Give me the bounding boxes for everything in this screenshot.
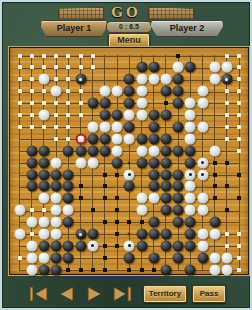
black-stone [148, 157, 159, 168]
white-territory-marker [225, 101, 229, 105]
black-stone [63, 169, 74, 180]
black-stone [51, 252, 62, 263]
black-stone [87, 98, 98, 109]
white-territory-marker [79, 101, 83, 105]
black-stone [160, 264, 171, 275]
white-territory-marker [66, 137, 70, 141]
black-territory-marker [152, 268, 156, 272]
banner-ornament-left [58, 7, 104, 20]
white-territory-marker [225, 232, 229, 236]
title-banner: GO [2, 3, 250, 21]
white-stone [209, 74, 220, 85]
white-territory-marker [30, 54, 34, 58]
white-territory-marker [42, 101, 46, 105]
black-stone [160, 157, 171, 168]
white-stone [51, 193, 62, 204]
black-stone [160, 193, 171, 204]
white-stone [26, 240, 37, 251]
white-territory-marker [237, 137, 241, 141]
black-territory-marker [103, 256, 107, 260]
white-stone [209, 145, 220, 156]
black-stone [160, 205, 171, 216]
menu-button[interactable]: Menu [108, 33, 150, 48]
white-territory-marker [237, 244, 241, 248]
black-stone [124, 252, 135, 263]
white-territory-marker [18, 125, 22, 129]
black-territory-marker [103, 220, 107, 224]
go-app-window: GO Player 1 0 : 6.5 Player 2 Menu [0, 0, 252, 310]
white-territory-marker [66, 125, 70, 129]
footer-controls: Territory Pass [2, 283, 250, 305]
white-territory-marker [66, 77, 70, 81]
black-territory-marker [176, 54, 180, 58]
dead-white-stone [185, 169, 196, 180]
black-territory-marker [115, 244, 119, 248]
white-stone [197, 229, 208, 240]
white-stone [173, 62, 184, 73]
white-territory-marker [225, 89, 229, 93]
black-stone [148, 169, 159, 180]
white-stone [209, 264, 220, 275]
black-stone [63, 193, 74, 204]
black-territory-marker [115, 232, 119, 236]
dead-white-stone [197, 169, 208, 180]
white-stone [209, 62, 220, 73]
white-territory-marker [42, 208, 46, 212]
white-stone [197, 121, 208, 132]
white-territory-marker [79, 89, 83, 93]
white-stone [38, 252, 49, 263]
white-stone [197, 240, 208, 251]
black-stone [148, 181, 159, 192]
black-stone [185, 217, 196, 228]
white-territory-marker [30, 232, 34, 236]
black-stone [99, 133, 110, 144]
black-stone [124, 86, 135, 97]
white-stone [185, 181, 196, 192]
nav-last-button[interactable] [110, 285, 135, 303]
white-territory-marker [54, 54, 58, 58]
step-back-icon [54, 285, 79, 303]
player2-plate[interactable]: Player 2 [150, 20, 224, 37]
nav-next-button[interactable] [82, 285, 107, 303]
black-territory-marker [115, 220, 119, 224]
black-stone [87, 229, 98, 240]
white-stone [51, 205, 62, 216]
territory-button[interactable]: Territory [143, 285, 187, 303]
white-territory-marker [66, 101, 70, 105]
black-territory-marker [115, 208, 119, 212]
white-stone [51, 86, 62, 97]
black-stone [99, 110, 110, 121]
white-stone [99, 86, 110, 97]
white-territory-marker [18, 256, 22, 260]
black-stone [87, 145, 98, 156]
white-territory-marker [30, 208, 34, 212]
white-stone [38, 217, 49, 228]
white-stone [185, 121, 196, 132]
white-stone [221, 62, 232, 73]
white-territory-marker [237, 125, 241, 129]
black-stone [26, 145, 37, 156]
white-territory-marker [225, 244, 229, 248]
black-stone [185, 240, 196, 251]
white-stone [160, 74, 171, 85]
nav-prev-button[interactable] [54, 285, 79, 303]
black-stone [148, 217, 159, 228]
white-stone [26, 264, 37, 275]
black-territory-marker [140, 268, 144, 272]
dead-black-stone [75, 229, 86, 240]
white-territory-marker [237, 113, 241, 117]
white-territory-marker [225, 113, 229, 117]
pass-button[interactable]: Pass [192, 285, 226, 303]
dead-white-stone [87, 240, 98, 251]
black-stone [112, 110, 123, 121]
banner-ornament-right [148, 7, 194, 20]
black-stone [173, 74, 184, 85]
white-stone [112, 145, 123, 156]
skip-to-start-icon [26, 285, 51, 303]
white-stone [197, 86, 208, 97]
black-stone [38, 264, 49, 275]
dead-black-stone [221, 74, 232, 85]
white-territory-marker [237, 77, 241, 81]
black-stone [173, 252, 184, 263]
black-stone [75, 240, 86, 251]
black-stone [148, 62, 159, 73]
white-stone [221, 264, 232, 275]
black-stone [38, 240, 49, 251]
black-stone [99, 98, 110, 109]
white-stone [26, 252, 37, 263]
white-territory-marker [225, 137, 229, 141]
black-stone [160, 181, 171, 192]
black-territory-marker [91, 268, 95, 272]
black-territory-marker [79, 268, 83, 272]
black-territory-marker [103, 244, 107, 248]
black-stone [136, 62, 147, 73]
white-stone [148, 145, 159, 156]
go-board[interactable] [9, 47, 249, 275]
black-territory-marker [225, 184, 229, 188]
black-stone [124, 181, 135, 192]
white-territory-marker [54, 101, 58, 105]
white-stone [51, 157, 62, 168]
white-territory-marker [42, 54, 46, 58]
black-territory-marker [103, 196, 107, 200]
white-stone [136, 74, 147, 85]
white-territory-marker [42, 89, 46, 93]
white-stone [136, 86, 147, 97]
white-territory-marker [66, 113, 70, 117]
white-stone [197, 98, 208, 109]
black-stone [26, 157, 37, 168]
black-stone [38, 181, 49, 192]
black-stone [51, 240, 62, 251]
black-territory-marker [237, 196, 241, 200]
black-stone [160, 133, 171, 144]
white-territory-marker [30, 101, 34, 105]
player1-plate[interactable]: Player 1 [40, 20, 108, 37]
black-territory-marker [213, 173, 217, 177]
black-stone [197, 252, 208, 263]
black-stone [112, 157, 123, 168]
white-territory-marker [18, 101, 22, 105]
white-stone [87, 121, 98, 132]
black-stone [38, 157, 49, 168]
black-stone [185, 229, 196, 240]
white-stone [112, 86, 123, 97]
black-territory-marker [164, 101, 168, 105]
white-territory-marker [91, 65, 95, 69]
black-territory-marker [140, 220, 144, 224]
white-territory-marker [237, 232, 241, 236]
dead-white-stone [124, 240, 135, 251]
black-stone [87, 133, 98, 144]
white-territory-marker [91, 54, 95, 58]
black-territory-marker [213, 161, 217, 165]
white-territory-marker [66, 65, 70, 69]
black-stone [99, 145, 110, 156]
black-territory-marker [103, 184, 107, 188]
white-territory-marker [66, 54, 70, 58]
black-stone [124, 98, 135, 109]
white-territory-marker [225, 54, 229, 58]
white-stone [51, 217, 62, 228]
black-stone [173, 217, 184, 228]
white-territory-marker [79, 65, 83, 69]
black-stone [75, 145, 86, 156]
last-move-white-stone [75, 133, 86, 144]
black-stone [160, 86, 171, 97]
black-stone [173, 86, 184, 97]
white-territory-marker [18, 65, 22, 69]
black-territory-marker [79, 184, 83, 188]
black-territory-marker [225, 208, 229, 212]
white-stone [112, 121, 123, 132]
black-stone [160, 110, 171, 121]
white-territory-marker [54, 77, 58, 81]
white-territory-marker [54, 125, 58, 129]
black-stone [136, 240, 147, 251]
white-territory-marker [54, 113, 58, 117]
white-territory-marker [30, 113, 34, 117]
black-stone [185, 62, 196, 73]
black-stone [173, 240, 184, 251]
black-territory-marker [91, 208, 95, 212]
black-stone [173, 193, 184, 204]
black-stone [148, 110, 159, 121]
white-stone [87, 157, 98, 168]
app-title: GO [105, 4, 146, 21]
black-stone [51, 264, 62, 275]
white-stone [124, 110, 135, 121]
white-stone [14, 205, 25, 216]
black-stone [63, 145, 74, 156]
black-stone [51, 169, 62, 180]
black-stone [173, 145, 184, 156]
score-plate: 0 : 6.5 [106, 21, 152, 33]
white-stone [136, 205, 147, 216]
white-territory-marker [237, 149, 241, 153]
black-stone [173, 205, 184, 216]
black-territory-marker [66, 268, 70, 272]
white-stone [26, 217, 37, 228]
black-stone [136, 133, 147, 144]
black-stone [185, 145, 196, 156]
white-territory-marker [54, 137, 58, 141]
white-territory-marker [79, 54, 83, 58]
white-stone [136, 193, 147, 204]
black-stone [148, 229, 159, 240]
white-stone [124, 133, 135, 144]
white-stone [136, 110, 147, 121]
star-point [128, 161, 131, 164]
white-territory-marker [42, 125, 46, 129]
black-territory-marker [115, 196, 119, 200]
black-stone [124, 121, 135, 132]
white-stone [185, 110, 196, 121]
white-stone [38, 110, 49, 121]
white-territory-marker [30, 65, 34, 69]
white-stone [38, 229, 49, 240]
white-stone [185, 193, 196, 204]
black-stone [209, 217, 220, 228]
white-territory-marker [79, 113, 83, 117]
black-stone [148, 252, 159, 263]
black-stone [63, 240, 74, 251]
black-stone [38, 169, 49, 180]
black-stone [173, 181, 184, 192]
white-stone [14, 229, 25, 240]
black-territory-marker [213, 196, 217, 200]
white-territory-marker [66, 89, 70, 93]
white-stone [75, 157, 86, 168]
white-territory-marker [30, 77, 34, 81]
black-stone [185, 157, 196, 168]
star-point [128, 233, 131, 236]
black-stone [51, 181, 62, 192]
white-stone [38, 74, 49, 85]
black-territory-marker [79, 196, 83, 200]
white-stone [38, 193, 49, 204]
black-stone [26, 169, 37, 180]
black-territory-marker [127, 220, 131, 224]
white-territory-marker [237, 89, 241, 93]
white-territory-marker [30, 125, 34, 129]
white-stone [99, 121, 110, 132]
white-stone [136, 145, 147, 156]
white-territory-marker [18, 77, 22, 81]
white-stone [112, 133, 123, 144]
white-territory-marker [42, 65, 46, 69]
white-stone [185, 98, 196, 109]
white-territory-marker [237, 256, 241, 260]
black-stone [160, 240, 171, 251]
black-stone [173, 98, 184, 109]
white-stone [185, 205, 196, 216]
white-stone [185, 133, 196, 144]
white-territory-marker [18, 89, 22, 93]
black-stone [160, 145, 171, 156]
white-stone [209, 229, 220, 240]
black-stone [136, 157, 147, 168]
white-stone [63, 205, 74, 216]
white-stone [148, 193, 159, 204]
black-territory-marker [225, 161, 229, 165]
black-stone [63, 252, 74, 263]
white-territory-marker [18, 113, 22, 117]
black-stone [160, 229, 171, 240]
white-stone [197, 205, 208, 216]
dead-black-stone [75, 74, 86, 85]
black-territory-marker [103, 173, 107, 177]
white-stone [197, 193, 208, 204]
white-stone [221, 252, 232, 263]
black-territory-marker [127, 268, 131, 272]
black-stone [148, 121, 159, 132]
white-territory-marker [54, 65, 58, 69]
white-stone [136, 98, 147, 109]
black-stone [136, 229, 147, 240]
white-territory-marker [18, 54, 22, 58]
black-stone [38, 145, 49, 156]
black-stone [63, 181, 74, 192]
dead-white-stone [197, 157, 208, 168]
nav-first-button[interactable] [26, 285, 51, 303]
black-territory-marker [103, 268, 107, 272]
black-stone [63, 217, 74, 228]
white-stone [51, 229, 62, 240]
skip-to-end-icon [110, 285, 135, 303]
white-territory-marker [237, 65, 241, 69]
black-stone [160, 169, 171, 180]
step-forward-icon [82, 285, 107, 303]
dead-white-stone [124, 169, 135, 180]
white-territory-marker [225, 125, 229, 129]
white-territory-marker [237, 268, 241, 272]
black-stone [148, 133, 159, 144]
white-stone [209, 252, 220, 263]
black-stone [185, 264, 196, 275]
black-stone [173, 169, 184, 180]
black-territory-marker [213, 184, 217, 188]
white-stone [148, 74, 159, 85]
black-stone [26, 181, 37, 192]
white-territory-marker [237, 54, 241, 58]
black-territory-marker [115, 173, 119, 177]
black-stone [173, 121, 184, 132]
black-territory-marker [237, 173, 241, 177]
white-territory-marker [237, 101, 241, 105]
white-territory-marker [30, 89, 34, 93]
black-stone [124, 74, 135, 85]
